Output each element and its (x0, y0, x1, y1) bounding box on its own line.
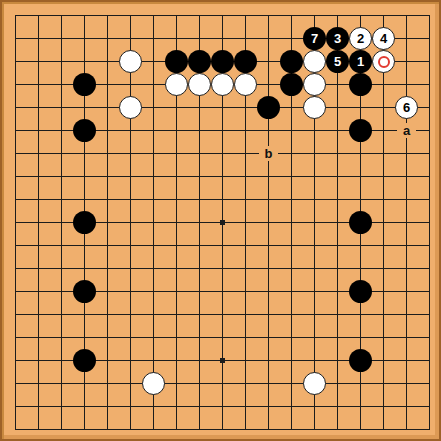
move-number: 5 (334, 55, 341, 68)
black-stone-move-3: 3 (326, 27, 349, 50)
black-stone (73, 73, 96, 96)
black-stone (73, 119, 96, 142)
white-stone-move-6: 6 (395, 96, 418, 119)
move-number: 3 (334, 32, 341, 45)
red-circle-mark-icon (378, 56, 390, 68)
black-stone-move-5: 5 (326, 50, 349, 73)
white-stone (142, 372, 165, 395)
black-stone (234, 50, 257, 73)
white-stone (211, 73, 234, 96)
go-board: 7352146ab (0, 0, 441, 441)
black-stone (349, 280, 372, 303)
black-stone (349, 349, 372, 372)
white-stone-move-2: 2 (349, 27, 372, 50)
black-stone-move-1: 1 (349, 50, 372, 73)
move-number: 6 (403, 101, 410, 114)
white-stone (119, 50, 142, 73)
move-number: 7 (311, 32, 318, 45)
black-stone (349, 73, 372, 96)
black-stone-move-7: 7 (303, 27, 326, 50)
black-stone (349, 211, 372, 234)
point-label-a: a (397, 123, 416, 138)
move-number: 4 (380, 32, 387, 45)
black-stone (73, 280, 96, 303)
black-stone (257, 96, 280, 119)
white-stone (165, 73, 188, 96)
black-stone (211, 50, 234, 73)
black-stone (165, 50, 188, 73)
white-stone (188, 73, 211, 96)
move-number: 1 (357, 55, 364, 68)
black-stone (188, 50, 211, 73)
white-stone-move-4: 4 (372, 27, 395, 50)
point-label-b: b (259, 146, 278, 161)
white-stone-marked (372, 50, 395, 73)
white-stone (119, 96, 142, 119)
star-point (220, 220, 225, 225)
white-stone (234, 73, 257, 96)
black-stone (349, 119, 372, 142)
white-stone (303, 96, 326, 119)
black-stone (73, 211, 96, 234)
white-stone (303, 73, 326, 96)
black-stone (280, 73, 303, 96)
white-stone (303, 50, 326, 73)
black-stone (280, 50, 303, 73)
go-diagram: 7352146ab (0, 0, 441, 441)
move-number: 2 (357, 32, 364, 45)
star-point (220, 358, 225, 363)
black-stone (73, 349, 96, 372)
white-stone (303, 372, 326, 395)
